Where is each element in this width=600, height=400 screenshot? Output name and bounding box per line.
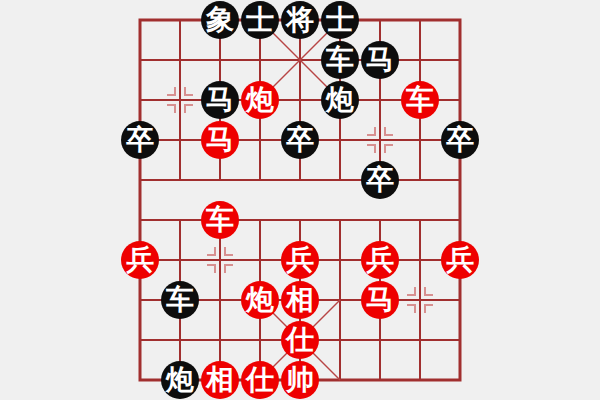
piece-black-advisor[interactable]: 士 <box>321 1 359 39</box>
piece-red-chariot[interactable]: 车 <box>201 201 239 239</box>
piece-black-horse[interactable]: 马 <box>201 81 239 119</box>
piece-red-general[interactable]: 帅 <box>281 361 319 399</box>
piece-red-pawn[interactable]: 兵 <box>121 241 159 279</box>
piece-black-cannon[interactable]: 炮 <box>321 81 359 119</box>
piece-black-pawn[interactable]: 卒 <box>281 121 319 159</box>
piece-black-cannon[interactable]: 炮 <box>161 361 199 399</box>
piece-black-horse[interactable]: 马 <box>361 41 399 79</box>
piece-red-elephant[interactable]: 相 <box>201 361 239 399</box>
piece-black-elephant[interactable]: 象 <box>201 1 239 39</box>
piece-red-cannon[interactable]: 炮 <box>241 81 279 119</box>
piece-red-cannon[interactable]: 炮 <box>241 281 279 319</box>
piece-red-advisor[interactable]: 仕 <box>241 361 279 399</box>
piece-red-horse[interactable]: 马 <box>361 281 399 319</box>
piece-grid: 象士将士车马马炮炮车卒马卒卒卒车兵兵兵兵车炮相马仕炮相仕帅 <box>120 0 480 400</box>
piece-black-pawn[interactable]: 卒 <box>441 121 479 159</box>
piece-red-elephant[interactable]: 相 <box>281 281 319 319</box>
piece-black-chariot[interactable]: 车 <box>161 281 199 319</box>
piece-red-pawn[interactable]: 兵 <box>281 241 319 279</box>
piece-red-horse[interactable]: 马 <box>201 121 239 159</box>
piece-black-pawn[interactable]: 卒 <box>361 161 399 199</box>
piece-red-pawn[interactable]: 兵 <box>441 241 479 279</box>
piece-red-advisor[interactable]: 仕 <box>281 321 319 359</box>
piece-red-pawn[interactable]: 兵 <box>361 241 399 279</box>
piece-black-advisor[interactable]: 士 <box>241 1 279 39</box>
piece-black-pawn[interactable]: 卒 <box>121 121 159 159</box>
piece-red-chariot[interactable]: 车 <box>401 81 439 119</box>
xiangqi-app: 象士将士车马马炮炮车卒马卒卒卒车兵兵兵兵车炮相马仕炮相仕帅 <box>0 0 600 400</box>
piece-black-chariot[interactable]: 车 <box>321 41 359 79</box>
piece-black-general[interactable]: 将 <box>281 1 319 39</box>
